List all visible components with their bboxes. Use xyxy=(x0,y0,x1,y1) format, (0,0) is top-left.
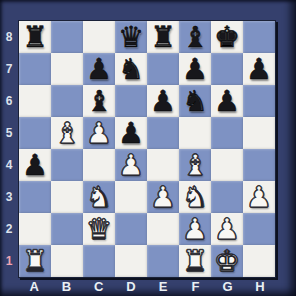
black-queen-icon: ♛ xyxy=(115,21,147,53)
black-pawn-icon: ♟ xyxy=(115,117,147,149)
square-d3[interactable] xyxy=(115,181,147,213)
white-pawn-icon: ♟ xyxy=(211,213,243,245)
white-pawn-icon: ♟ xyxy=(179,213,211,245)
chess-board: ♜♛♜♝♚♟♞♟♟♝♟♞♟♝♟♟♟♟♝♞♟♞♟♛♟♟♜♜♚ xyxy=(18,20,276,278)
black-pawn-icon: ♟ xyxy=(179,53,211,85)
square-d8[interactable]: ♛ xyxy=(115,21,147,53)
square-g3[interactable] xyxy=(211,181,243,213)
white-knight-icon: ♞ xyxy=(179,181,211,213)
rank-labels: 87654321 xyxy=(0,21,18,277)
square-d7[interactable]: ♞ xyxy=(115,53,147,85)
square-h4[interactable] xyxy=(243,149,275,181)
square-a4[interactable]: ♟ xyxy=(19,149,51,181)
rank-label-1: 1 xyxy=(0,245,18,277)
file-label-c: C xyxy=(83,278,115,295)
square-f6[interactable]: ♞ xyxy=(179,85,211,117)
square-f3[interactable]: ♞ xyxy=(179,181,211,213)
square-e4[interactable] xyxy=(147,149,179,181)
black-bishop-icon: ♝ xyxy=(83,85,115,117)
file-label-a: A xyxy=(18,278,50,295)
square-c5[interactable]: ♟ xyxy=(83,117,115,149)
rank-label-8: 8 xyxy=(0,21,18,53)
square-a7[interactable] xyxy=(19,53,51,85)
white-pawn-icon: ♟ xyxy=(83,117,115,149)
square-e1[interactable] xyxy=(147,245,179,277)
square-d6[interactable] xyxy=(115,85,147,117)
file-label-h: H xyxy=(244,278,276,295)
square-h7[interactable]: ♟ xyxy=(243,53,275,85)
square-f4[interactable]: ♝ xyxy=(179,149,211,181)
square-h6[interactable] xyxy=(243,85,275,117)
black-rook-icon: ♜ xyxy=(19,21,51,53)
square-f2[interactable]: ♟ xyxy=(179,213,211,245)
black-knight-icon: ♞ xyxy=(179,85,211,117)
black-bishop-icon: ♝ xyxy=(179,21,211,53)
square-d5[interactable]: ♟ xyxy=(115,117,147,149)
square-b6[interactable] xyxy=(51,85,83,117)
file-labels: ABCDEFGH xyxy=(18,278,276,295)
square-b1[interactable] xyxy=(51,245,83,277)
square-h2[interactable] xyxy=(243,213,275,245)
white-knight-icon: ♞ xyxy=(83,181,115,213)
white-bishop-icon: ♝ xyxy=(51,117,83,149)
black-pawn-icon: ♟ xyxy=(211,85,243,117)
square-d2[interactable] xyxy=(115,213,147,245)
square-c8[interactable] xyxy=(83,21,115,53)
rank-label-3: 3 xyxy=(0,181,18,213)
white-pawn-icon: ♟ xyxy=(243,181,275,213)
black-pawn-icon: ♟ xyxy=(83,53,115,85)
square-a2[interactable] xyxy=(19,213,51,245)
white-rook-icon: ♜ xyxy=(19,245,51,277)
square-b8[interactable] xyxy=(51,21,83,53)
square-c3[interactable]: ♞ xyxy=(83,181,115,213)
square-b3[interactable] xyxy=(51,181,83,213)
square-e6[interactable]: ♟ xyxy=(147,85,179,117)
square-c1[interactable] xyxy=(83,245,115,277)
square-e3[interactable]: ♟ xyxy=(147,181,179,213)
square-g1[interactable]: ♚ xyxy=(211,245,243,277)
square-g4[interactable] xyxy=(211,149,243,181)
square-b7[interactable] xyxy=(51,53,83,85)
white-king-icon: ♚ xyxy=(211,245,243,277)
square-f7[interactable]: ♟ xyxy=(179,53,211,85)
black-pawn-icon: ♟ xyxy=(19,149,51,181)
square-d4[interactable]: ♟ xyxy=(115,149,147,181)
square-g8[interactable]: ♚ xyxy=(211,21,243,53)
rank-label-5: 5 xyxy=(0,117,18,149)
black-pawn-icon: ♟ xyxy=(147,85,179,117)
rank-label-2: 2 xyxy=(0,213,18,245)
file-label-e: E xyxy=(147,278,179,295)
white-queen-icon: ♛ xyxy=(83,213,115,245)
square-c4[interactable] xyxy=(83,149,115,181)
square-e5[interactable] xyxy=(147,117,179,149)
square-e8[interactable]: ♜ xyxy=(147,21,179,53)
square-f5[interactable] xyxy=(179,117,211,149)
chess-diagram: 87654321 ♜♛♜♝♚♟♞♟♟♝♟♞♟♝♟♟♟♟♝♞♟♞♟♛♟♟♜♜♚ A… xyxy=(0,0,296,296)
square-a6[interactable] xyxy=(19,85,51,117)
square-e7[interactable] xyxy=(147,53,179,85)
square-g6[interactable]: ♟ xyxy=(211,85,243,117)
file-label-b: B xyxy=(50,278,82,295)
white-rook-icon: ♜ xyxy=(179,245,211,277)
rank-label-6: 6 xyxy=(0,85,18,117)
square-b5[interactable]: ♝ xyxy=(51,117,83,149)
square-h8[interactable] xyxy=(243,21,275,53)
black-rook-icon: ♜ xyxy=(147,21,179,53)
square-a1[interactable]: ♜ xyxy=(19,245,51,277)
black-knight-icon: ♞ xyxy=(115,53,147,85)
square-g5[interactable] xyxy=(211,117,243,149)
square-a3[interactable] xyxy=(19,181,51,213)
black-pawn-icon: ♟ xyxy=(243,53,275,85)
square-g7[interactable] xyxy=(211,53,243,85)
white-bishop-icon: ♝ xyxy=(179,149,211,181)
square-b2[interactable] xyxy=(51,213,83,245)
file-label-d: D xyxy=(115,278,147,295)
square-b4[interactable] xyxy=(51,149,83,181)
square-c7[interactable]: ♟ xyxy=(83,53,115,85)
square-c6[interactable]: ♝ xyxy=(83,85,115,117)
square-h3[interactable]: ♟ xyxy=(243,181,275,213)
black-king-icon: ♚ xyxy=(211,21,243,53)
file-label-g: G xyxy=(212,278,244,295)
square-c2[interactable]: ♛ xyxy=(83,213,115,245)
square-h5[interactable] xyxy=(243,117,275,149)
square-d1[interactable] xyxy=(115,245,147,277)
square-g2[interactable]: ♟ xyxy=(211,213,243,245)
rank-label-7: 7 xyxy=(0,53,18,85)
white-pawn-icon: ♟ xyxy=(115,149,147,181)
square-f1[interactable]: ♜ xyxy=(179,245,211,277)
square-a8[interactable]: ♜ xyxy=(19,21,51,53)
white-pawn-icon: ♟ xyxy=(147,181,179,213)
square-h1[interactable] xyxy=(243,245,275,277)
square-e2[interactable] xyxy=(147,213,179,245)
square-f8[interactable]: ♝ xyxy=(179,21,211,53)
rank-label-4: 4 xyxy=(0,149,18,181)
square-a5[interactable] xyxy=(19,117,51,149)
file-label-f: F xyxy=(179,278,211,295)
